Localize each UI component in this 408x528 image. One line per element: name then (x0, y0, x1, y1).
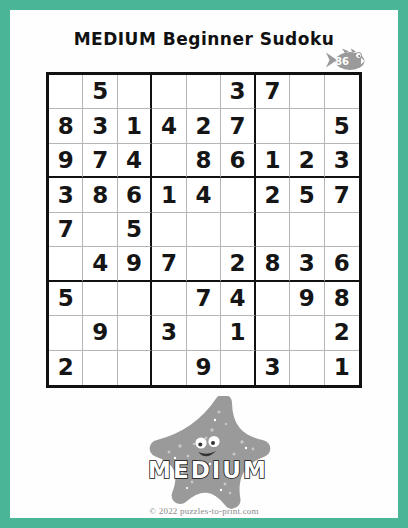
page-title: MEDIUM Beginner Sudoku (10, 29, 398, 49)
sudoku-cell-r3c2[interactable]: 7 (83, 144, 117, 178)
sudoku-cell-r1c8[interactable] (290, 75, 324, 109)
sudoku-cell-r4c5[interactable]: 4 (187, 178, 221, 212)
sudoku-cell-r6c9[interactable]: 6 (325, 247, 359, 281)
sudoku-cell-r5c5[interactable] (187, 213, 221, 247)
sudoku-cell-r8c9[interactable]: 2 (325, 316, 359, 350)
puzzle-sheet: MEDIUM Beginner Sudoku 86 53783142759748… (10, 10, 398, 518)
sudoku-cell-r9c7[interactable]: 3 (256, 351, 290, 385)
sudoku-cell-r6c7[interactable]: 8 (256, 247, 290, 281)
sudoku-cell-r9c4[interactable] (152, 351, 186, 385)
sudoku-cell-r9c3[interactable] (118, 351, 152, 385)
sudoku-cell-r4c8[interactable]: 5 (290, 178, 324, 212)
sudoku-cell-r5c3[interactable]: 5 (118, 213, 152, 247)
sudoku-cell-r2c1[interactable]: 8 (49, 109, 83, 143)
sudoku-cell-r3c1[interactable]: 9 (49, 144, 83, 178)
sudoku-cell-r3c6[interactable]: 6 (221, 144, 255, 178)
sudoku-cell-r6c6[interactable]: 2 (221, 247, 255, 281)
sudoku-cell-r7c4[interactable] (152, 282, 186, 316)
starfish-mascot: MEDIUM (122, 396, 298, 510)
sudoku-cell-r5c8[interactable] (290, 213, 324, 247)
sudoku-cell-r9c9[interactable]: 1 (325, 351, 359, 385)
sudoku-cell-r4c1[interactable]: 3 (49, 178, 83, 212)
sudoku-cell-r5c9[interactable] (325, 213, 359, 247)
sudoku-cell-r9c5[interactable]: 9 (187, 351, 221, 385)
sudoku-cell-r1c7[interactable]: 7 (256, 75, 290, 109)
fish-logo-icon: 86 (325, 47, 369, 73)
sudoku-cell-r3c8[interactable]: 2 (290, 144, 324, 178)
sudoku-cell-r6c8[interactable]: 3 (290, 247, 324, 281)
sudoku-cell-r9c8[interactable] (290, 351, 324, 385)
sudoku-cell-r7c7[interactable] (256, 282, 290, 316)
sudoku-cell-r6c1[interactable] (49, 247, 83, 281)
sudoku-cell-r1c9[interactable] (325, 75, 359, 109)
sudoku-cell-r2c2[interactable]: 3 (83, 109, 117, 143)
page-frame: MEDIUM Beginner Sudoku 86 53783142759748… (0, 0, 408, 528)
copyright-text: © 2022 puzzles-to-print.com (10, 506, 398, 516)
sudoku-cell-r8c7[interactable] (256, 316, 290, 350)
sudoku-cell-r8c5[interactable] (187, 316, 221, 350)
sudoku-cell-r8c2[interactable]: 9 (83, 316, 117, 350)
sudoku-cell-r2c4[interactable]: 4 (152, 109, 186, 143)
sudoku-cell-r7c3[interactable] (118, 282, 152, 316)
sudoku-cell-r4c7[interactable]: 2 (256, 178, 290, 212)
sudoku-cell-r2c6[interactable]: 7 (221, 109, 255, 143)
sudoku-cell-r5c7[interactable] (256, 213, 290, 247)
sudoku-cell-r7c2[interactable] (83, 282, 117, 316)
sudoku-cell-r7c1[interactable]: 5 (49, 282, 83, 316)
sudoku-cell-r4c4[interactable]: 1 (152, 178, 186, 212)
sudoku-grid[interactable]: 5378314275974861233861425775497283657498… (46, 72, 362, 388)
sudoku-cell-r4c3[interactable]: 6 (118, 178, 152, 212)
sudoku-cell-r6c4[interactable]: 7 (152, 247, 186, 281)
sudoku-cell-r3c5[interactable]: 8 (187, 144, 221, 178)
sudoku-cell-r6c2[interactable]: 4 (83, 247, 117, 281)
fish-logo-number: 86 (335, 56, 349, 67)
sudoku-cell-r8c4[interactable]: 3 (152, 316, 186, 350)
sudoku-cell-r1c3[interactable] (118, 75, 152, 109)
sudoku-cell-r6c5[interactable] (187, 247, 221, 281)
sudoku-cell-r6c3[interactable]: 9 (118, 247, 152, 281)
sudoku-cell-r1c4[interactable] (152, 75, 186, 109)
sudoku-cell-r7c8[interactable]: 9 (290, 282, 324, 316)
sudoku-cell-r4c6[interactable] (221, 178, 255, 212)
sudoku-cell-r5c6[interactable] (221, 213, 255, 247)
sudoku-cell-r8c1[interactable] (49, 316, 83, 350)
sudoku-cell-r3c7[interactable]: 1 (256, 144, 290, 178)
sudoku-cell-r7c6[interactable]: 4 (221, 282, 255, 316)
sudoku-cell-r2c7[interactable] (256, 109, 290, 143)
sudoku-cell-r9c2[interactable] (83, 351, 117, 385)
sudoku-cell-r2c5[interactable]: 2 (187, 109, 221, 143)
sudoku-cell-r4c9[interactable]: 7 (325, 178, 359, 212)
difficulty-badge: MEDIUM (148, 457, 268, 483)
sudoku-cell-r5c1[interactable]: 7 (49, 213, 83, 247)
sudoku-cell-r8c3[interactable] (118, 316, 152, 350)
sudoku-cell-r2c8[interactable] (290, 109, 324, 143)
sudoku-cell-r1c6[interactable]: 3 (221, 75, 255, 109)
sudoku-cell-r2c3[interactable]: 1 (118, 109, 152, 143)
sudoku-cell-r3c9[interactable]: 3 (325, 144, 359, 178)
sudoku-cell-r7c9[interactable]: 8 (325, 282, 359, 316)
sudoku-cell-r5c4[interactable] (152, 213, 186, 247)
sudoku-cell-r3c3[interactable]: 4 (118, 144, 152, 178)
sudoku-cell-r4c2[interactable]: 8 (83, 178, 117, 212)
sudoku-cell-r2c9[interactable]: 5 (325, 109, 359, 143)
sudoku-cell-r1c1[interactable] (49, 75, 83, 109)
sudoku-cell-r7c5[interactable]: 7 (187, 282, 221, 316)
sudoku-cell-r8c6[interactable]: 1 (221, 316, 255, 350)
sudoku-cell-r9c1[interactable]: 2 (49, 351, 83, 385)
sudoku-cell-r1c5[interactable] (187, 75, 221, 109)
sudoku-cell-r1c2[interactable]: 5 (83, 75, 117, 109)
sudoku-cell-r9c6[interactable] (221, 351, 255, 385)
sudoku-cell-r5c2[interactable] (83, 213, 117, 247)
sudoku-cell-r8c8[interactable] (290, 316, 324, 350)
sudoku-cell-r3c4[interactable] (152, 144, 186, 178)
